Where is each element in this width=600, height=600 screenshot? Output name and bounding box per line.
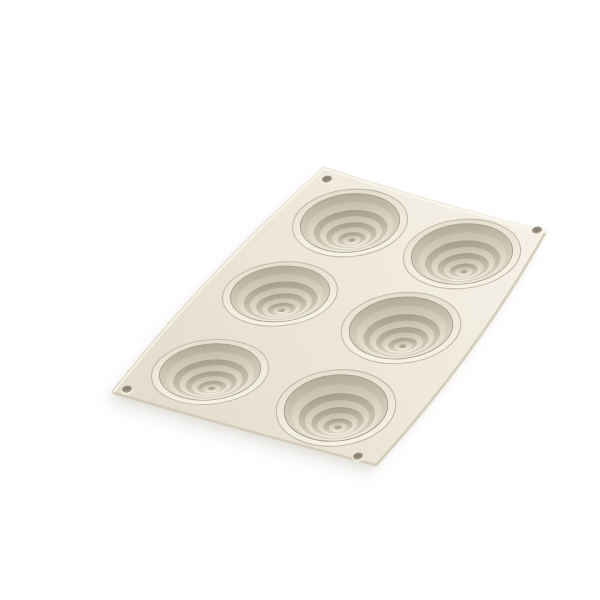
product-photo-figure: 6-cavity round stepped-ring silicone bak… [40,16,600,600]
product-photo-canvas [40,16,600,600]
